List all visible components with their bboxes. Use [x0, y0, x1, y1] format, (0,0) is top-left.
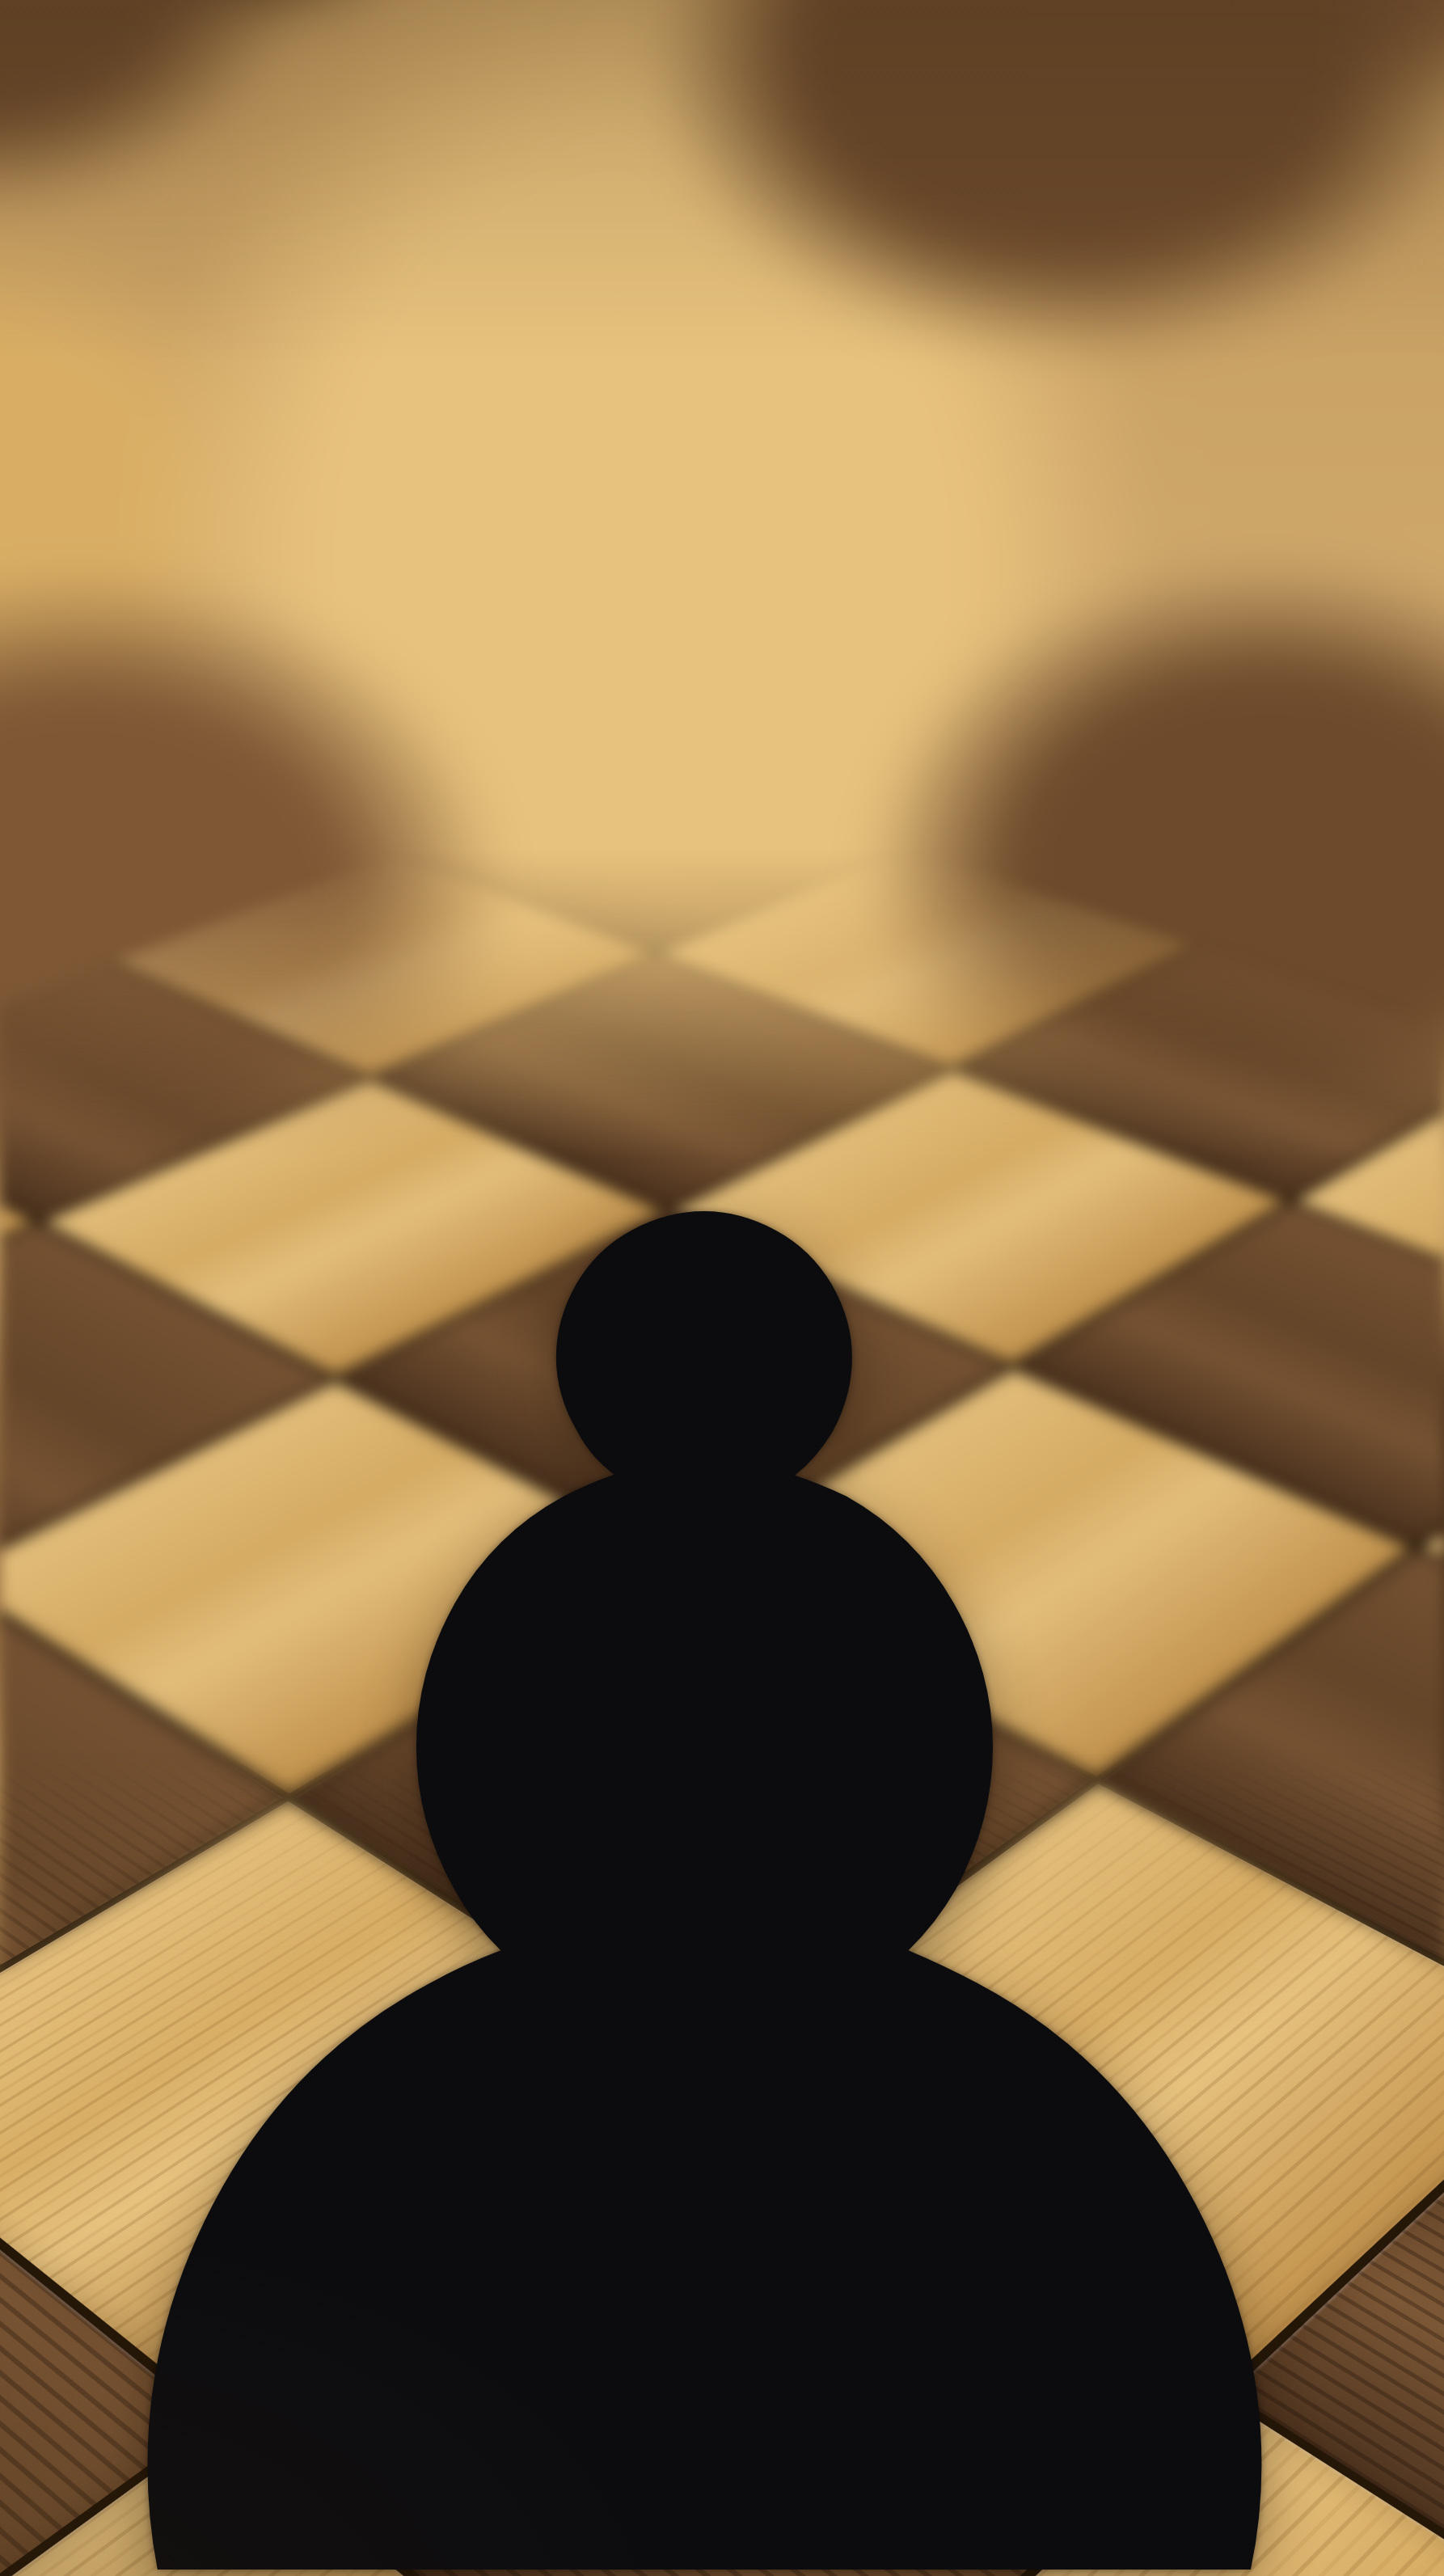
photo-stage: ♟ [0, 0, 1444, 2576]
black-pawn-piece[interactable]: ♟ [0, 995, 1444, 2576]
